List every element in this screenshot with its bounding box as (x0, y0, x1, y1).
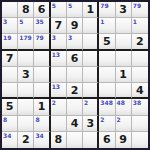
cell-r6c1[interactable] (2, 83, 18, 99)
pencil-marks: 5 (19, 19, 33, 25)
digit: 8 (54, 134, 62, 145)
cell-r7c6[interactable]: 2 (83, 99, 99, 115)
cell-r6c4[interactable]: 13 (51, 83, 67, 99)
cell-r6c9[interactable]: 4 (132, 83, 148, 99)
cell-r9c9[interactable] (132, 132, 148, 148)
cell-r4c5[interactable]: 6 (67, 51, 83, 67)
cell-r7c5[interactable] (67, 99, 83, 115)
digit: 3 (86, 118, 94, 129)
pencil-marks: 79 (35, 35, 48, 41)
cell-r1c1[interactable] (2, 2, 18, 18)
cell-r6c2[interactable] (18, 83, 34, 99)
cell-r4c3[interactable] (34, 51, 50, 67)
pencil-marks: 179 (19, 35, 33, 41)
cell-r7c7[interactable]: 348 (99, 99, 115, 115)
cell-r3c4[interactable]: 3 (51, 34, 67, 50)
cell-r1c5[interactable]: 5 (67, 2, 83, 18)
cell-r8c7[interactable]: 2 (99, 116, 115, 132)
cell-r3c8[interactable] (116, 34, 132, 50)
pencil-marks: 2 (84, 100, 97, 106)
pencil-marks: 35 (35, 19, 48, 25)
digit: 1 (38, 101, 46, 112)
cell-r2c2[interactable]: 5 (18, 18, 34, 34)
digit: 4 (136, 85, 144, 96)
cell-r7c3[interactable]: 1 (34, 99, 50, 115)
cell-r7c8[interactable]: 48 (116, 99, 132, 115)
pencil-marks: 19 (3, 35, 17, 41)
pencil-marks: 3 (68, 35, 82, 41)
pencil-marks: 1 (133, 19, 148, 25)
cell-r9c8[interactable]: 9 (116, 132, 132, 148)
digit: 3 (119, 4, 127, 15)
cell-r5c7[interactable] (99, 67, 115, 83)
digit: 2 (22, 134, 30, 145)
cell-r6c8[interactable] (116, 83, 132, 99)
cell-r9c3[interactable]: 34 (34, 132, 50, 148)
cell-r7c1[interactable]: 5 (2, 99, 18, 115)
cell-r2c3[interactable]: 35 (34, 18, 50, 34)
pencil-marks: 5 (52, 3, 66, 9)
cell-r4c9[interactable] (132, 51, 148, 67)
pencil-marks: 2 (100, 117, 114, 123)
cell-r7c4[interactable]: 2 (51, 99, 67, 115)
digit: 7 (54, 20, 62, 31)
digit: 1 (86, 4, 94, 15)
cell-r4c6[interactable] (83, 51, 99, 67)
cell-r7c2[interactable] (18, 99, 34, 115)
cell-r5c5[interactable] (67, 67, 83, 83)
cell-r3c1[interactable]: 19 (2, 34, 18, 50)
cell-r8c3[interactable]: 8 (34, 116, 50, 132)
cell-r3c6[interactable] (83, 34, 99, 50)
cell-r8c1[interactable]: 8 (2, 116, 18, 132)
cell-r9c4[interactable]: 8 (51, 132, 67, 148)
cell-r9c5[interactable] (67, 132, 83, 148)
cell-r2c7[interactable]: 1 (99, 18, 115, 34)
digit: 3 (22, 69, 30, 80)
cell-r9c7[interactable]: 6 (99, 132, 115, 148)
digit: 8 (22, 4, 30, 15)
cell-r5c8[interactable]: 1 (116, 67, 132, 83)
cell-r8c9[interactable] (132, 116, 148, 132)
cell-r4c2[interactable] (18, 51, 34, 67)
cell-r9c2[interactable]: 2 (18, 132, 34, 148)
cell-r1c6[interactable]: 1 (83, 2, 99, 18)
cell-r4c4[interactable]: 13 (51, 51, 67, 67)
digit: 2 (136, 36, 144, 47)
digit: 6 (38, 4, 46, 15)
cell-r5c2[interactable]: 3 (18, 67, 34, 83)
cell-r6c7[interactable] (99, 83, 115, 99)
digit: 4 (71, 118, 79, 129)
digit: 6 (103, 134, 111, 145)
digit: 2 (71, 85, 79, 96)
pencil-marks: 2 (117, 117, 131, 123)
cell-r3c5[interactable]: 3 (67, 34, 83, 50)
pencil-marks: 13 (52, 84, 66, 90)
sudoku-board: 8655179379353579111917979335271363113245… (0, 0, 150, 150)
cell-r6c6[interactable] (83, 83, 99, 99)
cell-r2c5[interactable]: 9 (67, 18, 83, 34)
cell-r3c7[interactable]: 5 (99, 34, 115, 50)
pencil-marks: 8 (3, 117, 17, 123)
pencil-marks: 3 (3, 19, 17, 25)
cell-r4c1[interactable]: 7 (2, 51, 18, 67)
cell-r5c4[interactable] (51, 67, 67, 83)
digit: 7 (6, 53, 14, 64)
cell-r8c8[interactable]: 2 (116, 116, 132, 132)
cell-r3c3[interactable]: 79 (34, 34, 50, 50)
cell-r1c4[interactable]: 5 (51, 2, 67, 18)
cell-r9c1[interactable]: 34 (2, 132, 18, 148)
pencil-marks: 38 (133, 100, 148, 106)
cell-r1c9[interactable]: 79 (132, 2, 148, 18)
digit: 5 (103, 36, 111, 47)
cell-r1c8[interactable]: 3 (116, 2, 132, 18)
digit: 6 (71, 53, 79, 64)
cell-r8c5[interactable]: 4 (67, 116, 83, 132)
pencil-marks: 13 (52, 52, 66, 58)
cell-r6c3[interactable] (34, 83, 50, 99)
cell-r2c6[interactable] (83, 18, 99, 34)
pencil-marks: 5 (68, 3, 82, 9)
cell-r7c9[interactable]: 38 (132, 99, 148, 115)
pencil-marks: 8 (35, 117, 48, 123)
cell-r9c6[interactable] (83, 132, 99, 148)
cell-r1c7[interactable]: 79 (99, 2, 115, 18)
digit: 9 (119, 134, 127, 145)
cell-r1c2[interactable]: 8 (18, 2, 34, 18)
cell-r2c9[interactable]: 1 (132, 18, 148, 34)
cell-r8c4[interactable] (51, 116, 67, 132)
cell-r8c2[interactable] (18, 116, 34, 132)
cell-r5c6[interactable] (83, 67, 99, 83)
cell-r8c6[interactable]: 3 (83, 116, 99, 132)
cell-r2c8[interactable] (116, 18, 132, 34)
pencil-marks: 2 (52, 100, 66, 106)
cell-r4c8[interactable] (116, 51, 132, 67)
pencil-marks: 1 (100, 19, 114, 25)
cell-r5c1[interactable] (2, 67, 18, 83)
pencil-marks: 3 (52, 35, 66, 41)
digit: 9 (71, 20, 79, 31)
cell-r2c1[interactable]: 3 (2, 18, 18, 34)
pencil-marks: 34 (35, 133, 48, 139)
pencil-marks: 348 (100, 100, 114, 106)
pencil-marks: 79 (100, 3, 114, 9)
pencil-marks: 79 (133, 3, 148, 9)
pencil-marks: 48 (117, 100, 131, 106)
cell-r5c9[interactable] (132, 67, 148, 83)
cell-r2c4[interactable]: 7 (51, 18, 67, 34)
pencil-marks: 34 (3, 133, 17, 139)
digit: 1 (119, 69, 127, 80)
cell-r5c3[interactable] (34, 67, 50, 83)
cell-r3c2[interactable]: 179 (18, 34, 34, 50)
cell-r6c5[interactable]: 2 (67, 83, 83, 99)
cell-r1c3[interactable]: 6 (34, 2, 50, 18)
digit: 5 (6, 101, 14, 112)
cell-r3c9[interactable]: 2 (132, 34, 148, 50)
cell-r4c7[interactable] (99, 51, 115, 67)
